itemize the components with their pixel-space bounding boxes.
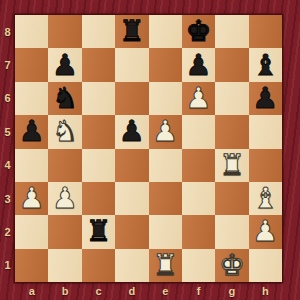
file-label-f: f: [197, 285, 201, 297]
square-d4[interactable]: [115, 149, 148, 182]
square-f7[interactable]: ♟: [182, 48, 215, 81]
white-pawn-b3[interactable]: ♟: [52, 182, 78, 215]
square-c8[interactable]: [82, 15, 115, 48]
black-rook-d8[interactable]: ♜: [119, 15, 145, 48]
black-bishop-h7[interactable]: ♝: [252, 49, 278, 82]
square-h1[interactable]: [249, 249, 282, 282]
square-h7[interactable]: ♝: [249, 48, 282, 81]
square-f1[interactable]: [182, 249, 215, 282]
square-d6[interactable]: [115, 82, 148, 115]
black-pawn-h6[interactable]: ♟: [252, 82, 278, 115]
square-e2[interactable]: [149, 215, 182, 248]
square-g8[interactable]: [215, 15, 248, 48]
white-rook-g4[interactable]: ♜: [219, 149, 245, 182]
black-pawn-a5[interactable]: ♟: [19, 115, 45, 148]
square-c6[interactable]: [82, 82, 115, 115]
square-h4[interactable]: [249, 149, 282, 182]
square-g6[interactable]: [215, 82, 248, 115]
rank-label-8: 8: [4, 26, 10, 38]
square-f2[interactable]: [182, 215, 215, 248]
square-e3[interactable]: [149, 182, 182, 215]
square-d5[interactable]: ♟: [115, 115, 148, 148]
square-g1[interactable]: ♚: [215, 249, 248, 282]
square-f6[interactable]: ♟: [182, 82, 215, 115]
square-d1[interactable]: [115, 249, 148, 282]
black-pawn-b7[interactable]: ♟: [52, 49, 78, 82]
square-a1[interactable]: [15, 249, 48, 282]
square-c1[interactable]: [82, 249, 115, 282]
square-d3[interactable]: [115, 182, 148, 215]
rank-label-7: 7: [4, 59, 10, 71]
white-pawn-h2[interactable]: ♟: [252, 215, 278, 248]
file-label-e: e: [162, 285, 168, 297]
square-f8[interactable]: ♚: [182, 15, 215, 48]
square-h6[interactable]: ♟: [249, 82, 282, 115]
rank-labels: 87654321: [0, 15, 15, 282]
square-e4[interactable]: [149, 149, 182, 182]
chess-board-frame: 87654321 abcdefgh ♜♚♟♟♝♞♟♟♟♞♟♟♜♟♟♝♜♟♜♚: [0, 0, 300, 300]
file-label-a: a: [29, 285, 35, 297]
square-g5[interactable]: [215, 115, 248, 148]
rank-label-6: 6: [4, 92, 10, 104]
square-e8[interactable]: [149, 15, 182, 48]
square-c5[interactable]: [82, 115, 115, 148]
white-knight-b5[interactable]: ♞: [52, 115, 78, 148]
black-knight-b6[interactable]: ♞: [52, 82, 78, 115]
file-labels: abcdefgh: [15, 282, 282, 300]
square-h8[interactable]: [249, 15, 282, 48]
square-g7[interactable]: [215, 48, 248, 81]
square-d8[interactable]: ♜: [115, 15, 148, 48]
square-a5[interactable]: ♟: [15, 115, 48, 148]
square-a8[interactable]: [15, 15, 48, 48]
file-label-d: d: [128, 285, 135, 297]
rank-label-4: 4: [4, 159, 10, 171]
square-f3[interactable]: [182, 182, 215, 215]
chess-board: ♜♚♟♟♝♞♟♟♟♞♟♟♜♟♟♝♜♟♜♚: [15, 15, 282, 282]
square-a7[interactable]: [15, 48, 48, 81]
white-pawn-a3[interactable]: ♟: [19, 182, 45, 215]
square-f4[interactable]: [182, 149, 215, 182]
square-b7[interactable]: ♟: [48, 48, 81, 81]
square-c2[interactable]: ♜: [82, 215, 115, 248]
white-pawn-e5[interactable]: ♟: [152, 115, 178, 148]
rank-label-1: 1: [4, 259, 10, 271]
square-b2[interactable]: [48, 215, 81, 248]
file-label-b: b: [62, 285, 69, 297]
square-c7[interactable]: [82, 48, 115, 81]
square-d2[interactable]: [115, 215, 148, 248]
square-b1[interactable]: [48, 249, 81, 282]
black-rook-c2[interactable]: ♜: [85, 215, 111, 248]
square-c3[interactable]: [82, 182, 115, 215]
rank-label-3: 3: [4, 193, 10, 205]
white-king-g1[interactable]: ♚: [219, 249, 245, 282]
white-rook-e1[interactable]: ♜: [152, 249, 178, 282]
square-f5[interactable]: [182, 115, 215, 148]
black-pawn-f7[interactable]: ♟: [186, 49, 212, 82]
white-pawn-f6[interactable]: ♟: [186, 82, 212, 115]
square-a2[interactable]: [15, 215, 48, 248]
black-pawn-d5[interactable]: ♟: [119, 115, 145, 148]
rank-label-2: 2: [4, 226, 10, 238]
square-d7[interactable]: [115, 48, 148, 81]
black-king-f8[interactable]: ♚: [186, 15, 212, 48]
square-h5[interactable]: [249, 115, 282, 148]
square-a4[interactable]: [15, 149, 48, 182]
file-label-g: g: [229, 285, 236, 297]
square-e7[interactable]: [149, 48, 182, 81]
square-g3[interactable]: [215, 182, 248, 215]
file-label-h: h: [262, 285, 269, 297]
white-bishop-h3[interactable]: ♝: [252, 182, 278, 215]
square-g2[interactable]: [215, 215, 248, 248]
square-b6[interactable]: ♞: [48, 82, 81, 115]
rank-label-5: 5: [4, 126, 10, 138]
square-c4[interactable]: [82, 149, 115, 182]
square-e6[interactable]: [149, 82, 182, 115]
square-g4[interactable]: ♜: [215, 149, 248, 182]
square-e1[interactable]: ♜: [149, 249, 182, 282]
square-b8[interactable]: [48, 15, 81, 48]
file-label-c: c: [95, 285, 101, 297]
square-h3[interactable]: ♝: [249, 182, 282, 215]
square-a6[interactable]: [15, 82, 48, 115]
square-b4[interactable]: [48, 149, 81, 182]
square-a3[interactable]: ♟: [15, 182, 48, 215]
square-h2[interactable]: ♟: [249, 215, 282, 248]
square-b3[interactable]: ♟: [48, 182, 81, 215]
square-e5[interactable]: ♟: [149, 115, 182, 148]
square-b5[interactable]: ♞: [48, 115, 81, 148]
